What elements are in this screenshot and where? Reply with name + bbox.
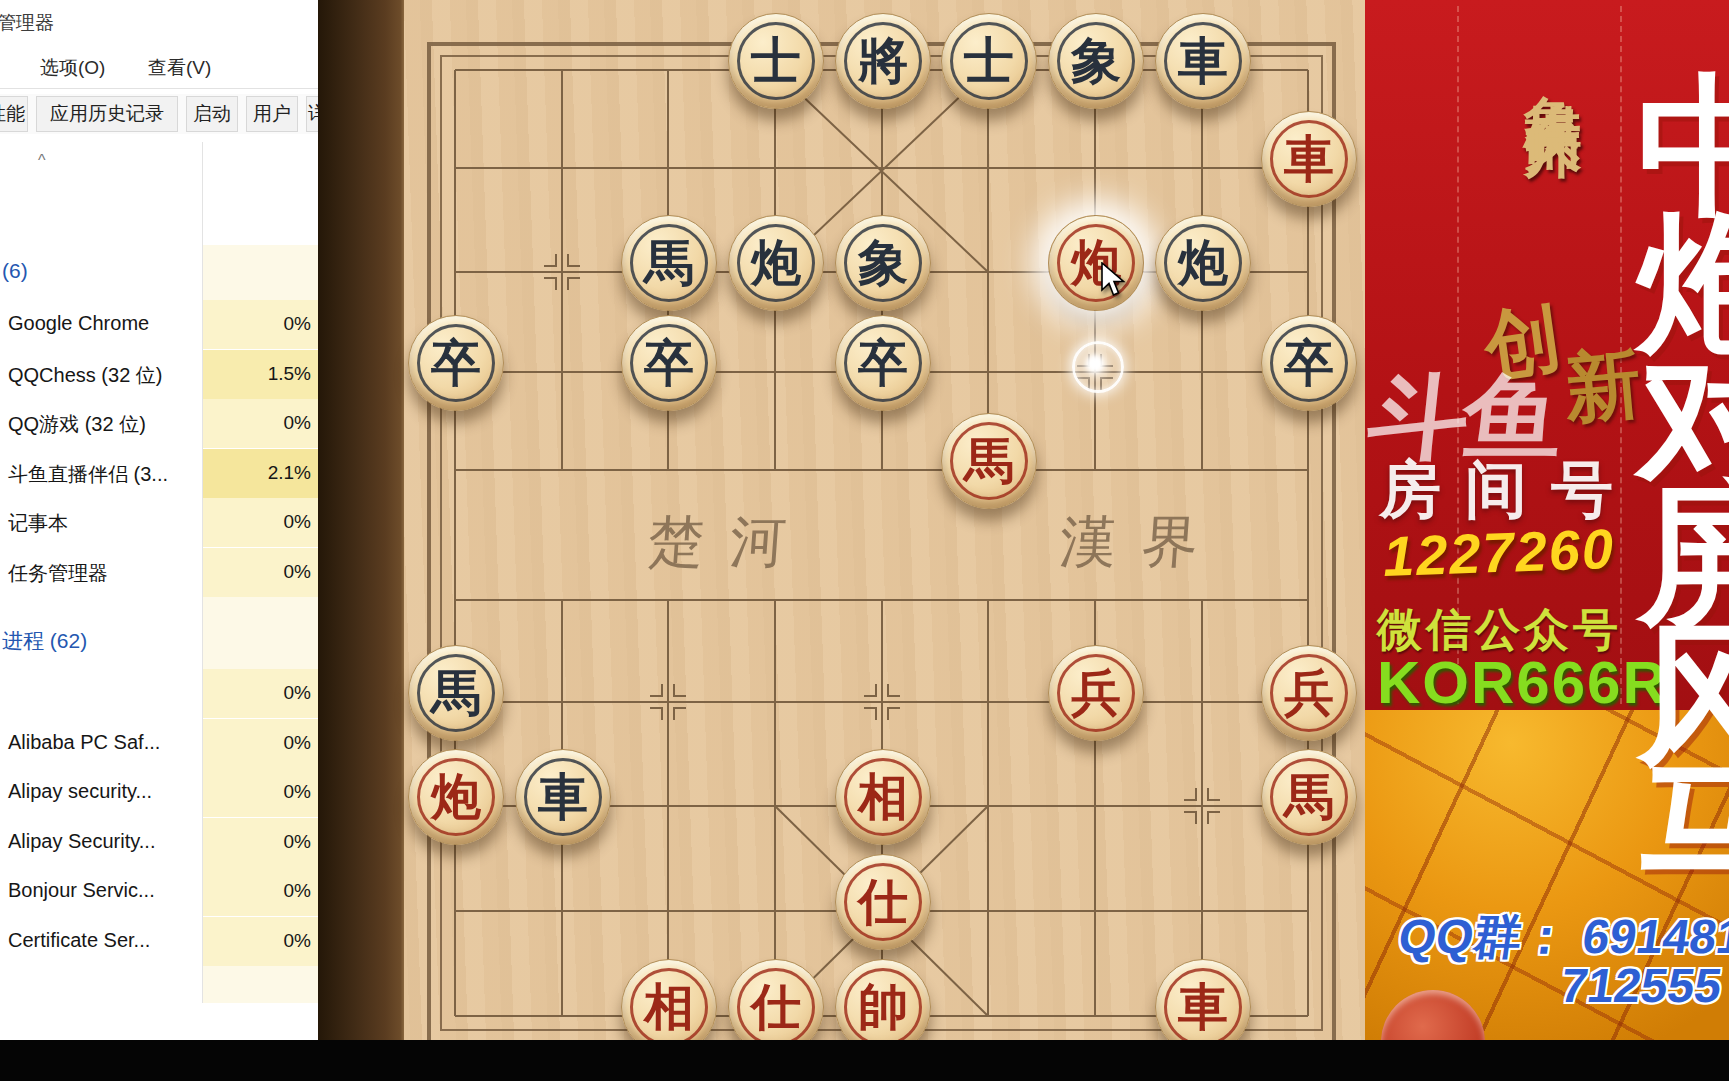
black-piece-卒[interactable]: 卒 bbox=[408, 315, 504, 411]
piece-glyph: 炮 bbox=[431, 772, 481, 822]
black-piece-將[interactable]: 將 bbox=[835, 13, 931, 109]
black-piece-馬[interactable]: 馬 bbox=[621, 215, 717, 311]
black-piece-炮[interactable]: 炮 bbox=[1155, 215, 1251, 311]
piece-glyph: 仕 bbox=[858, 877, 908, 927]
process-row[interactable]: QQ游戏 (32 位) bbox=[8, 411, 146, 438]
banner-script-char-xin: 新 bbox=[1561, 333, 1646, 442]
qq-group-line-2: 712555 bbox=[1557, 958, 1725, 1013]
task-manager-window: 任务管理器 选项(O) 查看(V) 性能应用历史记录启动用户详细信息 ^ 16%… bbox=[0, 0, 319, 1040]
piece-glyph: 馬 bbox=[644, 238, 694, 288]
piece-glyph: 相 bbox=[644, 982, 694, 1032]
tab-bar: 性能应用历史记录启动用户详细信息 bbox=[0, 94, 318, 134]
piece-glyph: 炮 bbox=[1178, 238, 1228, 288]
process-cpu-value: 0% bbox=[203, 930, 311, 952]
piece-glyph: 車 bbox=[538, 772, 588, 822]
piece-glyph: 將 bbox=[858, 36, 908, 86]
piece-glyph: 士 bbox=[751, 36, 801, 86]
tab-3[interactable]: 用户 bbox=[246, 96, 298, 132]
xiangqi-game-window: 楚河 漢界 士將士象車車馬炮象炮炮卒卒卒卒馬馬兵兵炮車相馬仕相仕帥車 bbox=[318, 0, 1365, 1040]
red-piece-馬[interactable]: 馬 bbox=[941, 413, 1037, 509]
piece-glyph: 仕 bbox=[751, 982, 801, 1032]
piece-glyph: 兵 bbox=[1071, 668, 1121, 718]
red-piece-仕[interactable]: 仕 bbox=[835, 854, 931, 950]
black-piece-士[interactable]: 士 bbox=[941, 13, 1037, 109]
banner-title-xiangqi-master: 象棋大师 bbox=[1513, 48, 1591, 88]
piece-glyph: 相 bbox=[858, 772, 908, 822]
window-title: 任务管理器 bbox=[0, 10, 54, 36]
process-row[interactable]: Alipay security... bbox=[8, 780, 152, 803]
process-cpu-value: 2.1% bbox=[203, 462, 311, 484]
divider bbox=[0, 88, 318, 89]
piece-glyph: 卒 bbox=[858, 338, 908, 388]
black-piece-卒[interactable]: 卒 bbox=[835, 315, 931, 411]
process-row[interactable]: 记事本 bbox=[8, 510, 68, 537]
tab-1[interactable]: 应用历史记录 bbox=[36, 96, 178, 132]
piece-glyph: 炮 bbox=[751, 238, 801, 288]
process-cpu-value: 0% bbox=[203, 732, 311, 754]
piece-glyph: 馬 bbox=[431, 668, 481, 718]
black-piece-炮[interactable]: 炮 bbox=[728, 215, 824, 311]
black-piece-卒[interactable]: 卒 bbox=[1261, 315, 1357, 411]
process-row[interactable]: Google Chrome bbox=[8, 312, 149, 335]
process-row[interactable]: 任务管理器 bbox=[8, 560, 108, 587]
process-cpu-value: 0% bbox=[203, 682, 311, 704]
process-row[interactable]: 斗鱼直播伴侣 (3... bbox=[8, 461, 168, 488]
process-cpu-value: 0% bbox=[203, 781, 311, 803]
room-number-value: 1227260 bbox=[1382, 516, 1616, 589]
black-piece-卒[interactable]: 卒 bbox=[621, 315, 717, 411]
piece-glyph: 車 bbox=[1178, 36, 1228, 86]
red-piece-兵[interactable]: 兵 bbox=[1048, 645, 1144, 741]
river-label-chu-he: 楚河 bbox=[645, 505, 814, 581]
cpu-heat-cell bbox=[203, 245, 318, 300]
piece-glyph: 象 bbox=[1071, 36, 1121, 86]
process-group-header[interactable]: 进程 (62) bbox=[2, 627, 87, 655]
red-piece-炮[interactable]: 炮 bbox=[1048, 215, 1144, 311]
bottom-black-bar bbox=[0, 1040, 1729, 1081]
wechat-id: KOR666R bbox=[1377, 648, 1668, 717]
move-target-dot bbox=[1086, 355, 1104, 373]
mouse-cursor-icon bbox=[1100, 262, 1126, 298]
process-group-header[interactable]: (6) bbox=[2, 259, 28, 283]
piece-glyph: 馬 bbox=[964, 436, 1014, 486]
black-piece-車[interactable]: 車 bbox=[515, 749, 611, 845]
piece-glyph: 卒 bbox=[431, 338, 481, 388]
stream-promo-banner: 象棋大师 创 新 斗鱼 房间号 1227260 微信公众号 KOR666R 中炮… bbox=[1365, 0, 1729, 1040]
process-cpu-value: 0% bbox=[203, 831, 311, 853]
tab-2[interactable]: 启动 bbox=[186, 96, 238, 132]
process-row[interactable]: QQChess (32 位) bbox=[8, 362, 162, 389]
black-piece-象[interactable]: 象 bbox=[1048, 13, 1144, 109]
process-cpu-value: 1.5% bbox=[203, 363, 311, 385]
process-cpu-value: 0% bbox=[203, 880, 311, 902]
black-piece-士[interactable]: 士 bbox=[728, 13, 824, 109]
black-piece-車[interactable]: 車 bbox=[1155, 13, 1251, 109]
piece-glyph: 卒 bbox=[644, 338, 694, 388]
black-piece-馬[interactable]: 馬 bbox=[408, 645, 504, 741]
menu-options[interactable]: 选项(O) bbox=[40, 55, 105, 81]
menu-view[interactable]: 查看(V) bbox=[148, 55, 211, 81]
process-row[interactable]: Alibaba PC Saf... bbox=[8, 731, 160, 754]
piece-glyph: 士 bbox=[964, 36, 1014, 86]
piece-glyph: 象 bbox=[858, 238, 908, 288]
screen: 任务管理器 选项(O) 查看(V) 性能应用历史记录启动用户详细信息 ^ 16%… bbox=[0, 0, 1729, 1081]
process-cpu-value: 0% bbox=[203, 561, 311, 583]
sort-caret-icon[interactable]: ^ bbox=[38, 152, 46, 170]
process-row[interactable]: Bonjour Servic... bbox=[8, 879, 155, 902]
black-piece-象[interactable]: 象 bbox=[835, 215, 931, 311]
tab-0[interactable]: 性能 bbox=[0, 96, 28, 132]
process-cpu-value: 0% bbox=[203, 511, 311, 533]
process-cpu-value: 0% bbox=[203, 313, 311, 335]
red-piece-兵[interactable]: 兵 bbox=[1261, 645, 1357, 741]
piece-glyph: 車 bbox=[1284, 134, 1334, 184]
piece-glyph: 兵 bbox=[1284, 668, 1334, 718]
piece-glyph: 卒 bbox=[1284, 338, 1334, 388]
process-row[interactable]: Certificate Ser... bbox=[8, 929, 150, 952]
river-label-han-jie: 漢界 bbox=[1057, 505, 1226, 581]
banner-big-char: 马 bbox=[1637, 755, 1729, 907]
process-row[interactable]: Alipay Security... bbox=[8, 830, 155, 853]
piece-glyph: 馬 bbox=[1284, 772, 1334, 822]
piece-glyph: 帥 bbox=[858, 982, 908, 1032]
piece-glyph: 車 bbox=[1178, 982, 1228, 1032]
cpu-heat-cell bbox=[203, 597, 318, 669]
process-cpu-value: 0% bbox=[203, 412, 311, 434]
red-piece-馬[interactable]: 馬 bbox=[1261, 749, 1357, 845]
red-piece-炮[interactable]: 炮 bbox=[408, 749, 504, 845]
cpu-heat-cell bbox=[203, 966, 318, 1003]
red-piece-車[interactable]: 車 bbox=[1261, 111, 1357, 207]
red-piece-相[interactable]: 相 bbox=[835, 749, 931, 845]
